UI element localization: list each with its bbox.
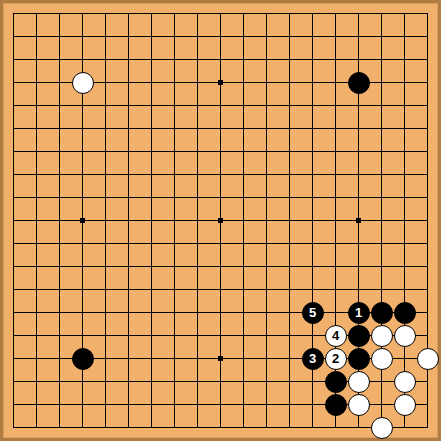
stone-black-move-3[interactable]: 3	[302, 348, 324, 370]
stone-black-move-1[interactable]: 1	[348, 302, 370, 324]
stone-white[interactable]	[394, 325, 416, 347]
move-number-label: 5	[309, 306, 316, 319]
stone-black[interactable]	[371, 302, 393, 324]
stone-black[interactable]	[72, 348, 94, 370]
stone-black[interactable]	[325, 394, 347, 416]
stone-black[interactable]	[348, 325, 370, 347]
stone-white[interactable]	[371, 325, 393, 347]
hoshi-dot	[80, 218, 85, 223]
move-number-label: 4	[332, 329, 339, 342]
hoshi-dot	[218, 356, 223, 361]
stone-white-move-4[interactable]: 4	[325, 325, 347, 347]
stone-white[interactable]	[348, 371, 370, 393]
move-number-label: 3	[309, 352, 316, 365]
stone-black[interactable]	[394, 302, 416, 324]
stone-white-move-2[interactable]: 2	[325, 348, 347, 370]
hoshi-dot	[218, 218, 223, 223]
stone-white[interactable]	[417, 348, 439, 370]
stone-black-move-5[interactable]: 5	[302, 302, 324, 324]
stone-white[interactable]	[371, 417, 393, 439]
hoshi-dot	[218, 80, 223, 85]
stone-black[interactable]	[325, 371, 347, 393]
stone-white[interactable]	[348, 394, 370, 416]
stone-white[interactable]	[394, 394, 416, 416]
stone-white[interactable]	[394, 371, 416, 393]
stone-black[interactable]	[348, 348, 370, 370]
stone-white[interactable]	[72, 72, 94, 94]
move-number-label: 1	[355, 306, 362, 319]
hoshi-dot	[356, 218, 361, 223]
stone-white[interactable]	[371, 348, 393, 370]
stone-black[interactable]	[348, 72, 370, 94]
move-number-label: 2	[332, 352, 339, 365]
go-board[interactable]: 51432	[0, 0, 441, 441]
